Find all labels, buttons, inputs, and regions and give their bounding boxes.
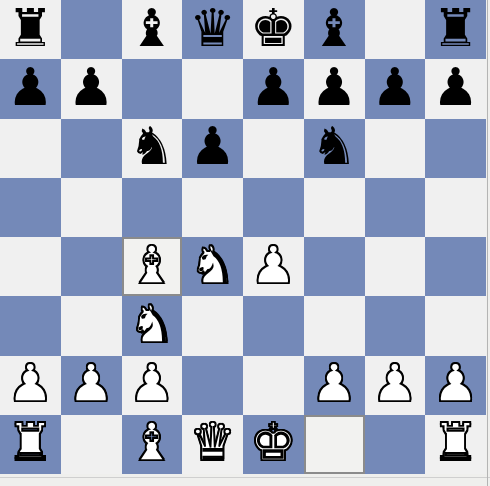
black-rook-icon[interactable]: ♜ [432,2,479,54]
square-a8[interactable]: ♜ [0,0,61,59]
black-knight-icon[interactable]: ♞ [129,120,176,172]
square-c5[interactable] [122,178,183,237]
square-g3[interactable] [365,296,426,355]
square-g4[interactable] [365,237,426,296]
square-b4[interactable] [61,237,122,296]
square-d7[interactable] [182,59,243,118]
square-c3[interactable]: ♞ [122,296,183,355]
board-bottom-margin [0,474,490,486]
square-b6[interactable] [61,119,122,178]
square-f7[interactable]: ♟ [304,59,365,118]
square-e2[interactable] [243,356,304,415]
square-g1[interactable] [365,415,426,474]
square-c1[interactable]: ♝ [122,415,183,474]
white-queen-icon[interactable]: ♛ [189,416,236,468]
white-pawn-icon[interactable]: ♟ [68,357,115,409]
chess-board: ♜♝♛♚♝♜♟♟♟♟♟♟♞♟♞♝♞♟♞♟♟♟♟♟♟♜♝♛♚♜ [0,0,486,474]
square-f1[interactable] [304,415,365,474]
square-b7[interactable]: ♟ [61,59,122,118]
square-c4[interactable]: ♝ [122,237,183,296]
white-pawn-icon[interactable]: ♟ [129,357,176,409]
white-pawn-icon[interactable]: ♟ [7,357,54,409]
square-d4[interactable]: ♞ [182,237,243,296]
white-pawn-icon[interactable]: ♟ [250,239,297,291]
square-d1[interactable]: ♛ [182,415,243,474]
square-h2[interactable]: ♟ [425,356,486,415]
square-g8[interactable] [365,0,426,59]
square-f8[interactable]: ♝ [304,0,365,59]
square-f6[interactable]: ♞ [304,119,365,178]
black-pawn-icon[interactable]: ♟ [311,61,358,113]
square-b2[interactable]: ♟ [61,356,122,415]
square-d5[interactable] [182,178,243,237]
square-e5[interactable] [243,178,304,237]
white-pawn-icon[interactable]: ♟ [372,357,419,409]
black-pawn-icon[interactable]: ♟ [189,120,236,172]
square-a3[interactable] [0,296,61,355]
white-king-icon[interactable]: ♚ [250,416,297,468]
square-c6[interactable]: ♞ [122,119,183,178]
black-pawn-icon[interactable]: ♟ [372,61,419,113]
square-a2[interactable]: ♟ [0,356,61,415]
square-c2[interactable]: ♟ [122,356,183,415]
board-right-divider [487,0,488,486]
square-b8[interactable] [61,0,122,59]
white-bishop-icon[interactable]: ♝ [129,416,176,468]
chess-app-stage: ♜♝♛♚♝♜♟♟♟♟♟♟♞♟♞♝♞♟♞♟♟♟♟♟♟♜♝♛♚♜ [0,0,490,486]
white-knight-icon[interactable]: ♞ [129,298,176,350]
square-e1[interactable]: ♚ [243,415,304,474]
square-h7[interactable]: ♟ [425,59,486,118]
black-bishop-icon[interactable]: ♝ [129,2,176,54]
black-pawn-icon[interactable]: ♟ [250,61,297,113]
black-queen-icon[interactable]: ♛ [189,2,236,54]
square-d6[interactable]: ♟ [182,119,243,178]
square-g2[interactable]: ♟ [365,356,426,415]
square-g5[interactable] [365,178,426,237]
square-h5[interactable] [425,178,486,237]
square-a4[interactable] [0,237,61,296]
square-e8[interactable]: ♚ [243,0,304,59]
square-a5[interactable] [0,178,61,237]
black-rook-icon[interactable]: ♜ [7,2,54,54]
square-f3[interactable] [304,296,365,355]
black-knight-icon[interactable]: ♞ [311,120,358,172]
white-rook-icon[interactable]: ♜ [7,416,54,468]
square-d2[interactable] [182,356,243,415]
square-d3[interactable] [182,296,243,355]
black-king-icon[interactable]: ♚ [250,2,297,54]
square-a6[interactable] [0,119,61,178]
white-bishop-icon[interactable]: ♝ [129,239,176,291]
square-e7[interactable]: ♟ [243,59,304,118]
square-h3[interactable] [425,296,486,355]
square-h6[interactable] [425,119,486,178]
square-c8[interactable]: ♝ [122,0,183,59]
square-a1[interactable]: ♜ [0,415,61,474]
square-f4[interactable] [304,237,365,296]
white-pawn-icon[interactable]: ♟ [311,357,358,409]
square-h1[interactable]: ♜ [425,415,486,474]
square-b1[interactable] [61,415,122,474]
square-g7[interactable]: ♟ [365,59,426,118]
square-g6[interactable] [365,119,426,178]
square-c7[interactable] [122,59,183,118]
board-bottom-divider [0,477,490,478]
square-d8[interactable]: ♛ [182,0,243,59]
square-h4[interactable] [425,237,486,296]
white-knight-icon[interactable]: ♞ [189,239,236,291]
black-bishop-icon[interactable]: ♝ [311,2,358,54]
square-b3[interactable] [61,296,122,355]
white-rook-icon[interactable]: ♜ [432,416,479,468]
square-b5[interactable] [61,178,122,237]
black-pawn-icon[interactable]: ♟ [432,61,479,113]
square-a7[interactable]: ♟ [0,59,61,118]
square-h8[interactable]: ♜ [425,0,486,59]
black-pawn-icon[interactable]: ♟ [7,61,54,113]
black-pawn-icon[interactable]: ♟ [68,61,115,113]
square-f2[interactable]: ♟ [304,356,365,415]
square-f5[interactable] [304,178,365,237]
white-pawn-icon[interactable]: ♟ [432,357,479,409]
square-e4[interactable]: ♟ [243,237,304,296]
square-e6[interactable] [243,119,304,178]
square-e3[interactable] [243,296,304,355]
